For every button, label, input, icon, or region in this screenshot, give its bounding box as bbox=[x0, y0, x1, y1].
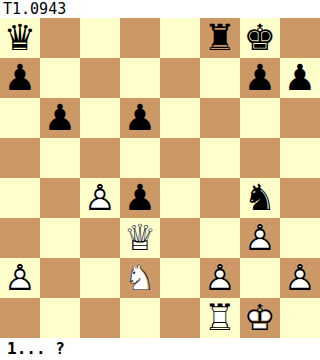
square-b2[interactable] bbox=[40, 258, 80, 298]
square-h8[interactable] bbox=[280, 18, 320, 58]
white-rook: ♖ bbox=[200, 298, 240, 338]
square-f2[interactable]: ♟♙ bbox=[200, 258, 240, 298]
black-queen: ♛ bbox=[0, 18, 40, 58]
black-king: ♚ bbox=[240, 18, 280, 58]
black-pawn: ♟ bbox=[240, 58, 280, 98]
square-e5[interactable] bbox=[160, 138, 200, 178]
white-rook-fill: ♜ bbox=[200, 298, 240, 338]
white-knight-fill: ♞ bbox=[120, 258, 160, 298]
white-pawn-fill: ♟ bbox=[200, 258, 240, 298]
white-king-fill: ♚ bbox=[240, 298, 280, 338]
white-pawn: ♙ bbox=[80, 178, 120, 218]
square-g1[interactable]: ♚♔ bbox=[240, 298, 280, 338]
square-c1[interactable] bbox=[80, 298, 120, 338]
square-d3[interactable]: ♛♕ bbox=[120, 218, 160, 258]
square-f4[interactable] bbox=[200, 178, 240, 218]
white-pawn-fill: ♟ bbox=[0, 258, 40, 298]
square-e7[interactable] bbox=[160, 58, 200, 98]
square-a1[interactable] bbox=[0, 298, 40, 338]
square-f5[interactable] bbox=[200, 138, 240, 178]
move-prompt: 1... ? bbox=[0, 338, 320, 360]
white-pawn: ♙ bbox=[0, 258, 40, 298]
square-d2[interactable]: ♞♘ bbox=[120, 258, 160, 298]
black-pawn: ♟ bbox=[120, 98, 160, 138]
square-d7[interactable] bbox=[120, 58, 160, 98]
square-g5[interactable] bbox=[240, 138, 280, 178]
square-b8[interactable] bbox=[40, 18, 80, 58]
square-f8[interactable]: ♜ bbox=[200, 18, 240, 58]
square-b4[interactable] bbox=[40, 178, 80, 218]
square-c7[interactable] bbox=[80, 58, 120, 98]
square-f7[interactable] bbox=[200, 58, 240, 98]
white-king: ♔ bbox=[240, 298, 280, 338]
white-pawn: ♙ bbox=[200, 258, 240, 298]
square-e1[interactable] bbox=[160, 298, 200, 338]
square-a3[interactable] bbox=[0, 218, 40, 258]
square-d5[interactable] bbox=[120, 138, 160, 178]
square-d6[interactable]: ♟ bbox=[120, 98, 160, 138]
square-f6[interactable] bbox=[200, 98, 240, 138]
square-h4[interactable] bbox=[280, 178, 320, 218]
square-e4[interactable] bbox=[160, 178, 200, 218]
square-f3[interactable] bbox=[200, 218, 240, 258]
white-pawn-fill: ♟ bbox=[80, 178, 120, 218]
square-d4[interactable]: ♟ bbox=[120, 178, 160, 218]
square-g4[interactable]: ♞ bbox=[240, 178, 280, 218]
square-a8[interactable]: ♛ bbox=[0, 18, 40, 58]
white-queen-fill: ♛ bbox=[120, 218, 160, 258]
black-knight: ♞ bbox=[240, 178, 280, 218]
black-pawn: ♟ bbox=[280, 58, 320, 98]
square-d8[interactable] bbox=[120, 18, 160, 58]
square-e6[interactable] bbox=[160, 98, 200, 138]
square-c5[interactable] bbox=[80, 138, 120, 178]
square-h5[interactable] bbox=[280, 138, 320, 178]
square-a4[interactable] bbox=[0, 178, 40, 218]
square-b6[interactable]: ♟ bbox=[40, 98, 80, 138]
square-h3[interactable] bbox=[280, 218, 320, 258]
square-e2[interactable] bbox=[160, 258, 200, 298]
chess-board: ♛♜♚♟♟♟♟♟♟♙♟♞♛♕♟♙♟♙♞♘♟♙♟♙♜♖♚♔ bbox=[0, 18, 320, 338]
square-c4[interactable]: ♟♙ bbox=[80, 178, 120, 218]
white-knight: ♘ bbox=[120, 258, 160, 298]
square-h2[interactable]: ♟♙ bbox=[280, 258, 320, 298]
square-g6[interactable] bbox=[240, 98, 280, 138]
square-h7[interactable]: ♟ bbox=[280, 58, 320, 98]
black-pawn: ♟ bbox=[0, 58, 40, 98]
square-b7[interactable] bbox=[40, 58, 80, 98]
square-c6[interactable] bbox=[80, 98, 120, 138]
square-b1[interactable] bbox=[40, 298, 80, 338]
white-pawn: ♙ bbox=[280, 258, 320, 298]
square-f1[interactable]: ♜♖ bbox=[200, 298, 240, 338]
square-c8[interactable] bbox=[80, 18, 120, 58]
square-a5[interactable] bbox=[0, 138, 40, 178]
white-pawn-fill: ♟ bbox=[280, 258, 320, 298]
white-pawn-fill: ♟ bbox=[240, 218, 280, 258]
square-g8[interactable]: ♚ bbox=[240, 18, 280, 58]
black-pawn: ♟ bbox=[120, 178, 160, 218]
square-g3[interactable]: ♟♙ bbox=[240, 218, 280, 258]
black-rook: ♜ bbox=[200, 18, 240, 58]
square-h6[interactable] bbox=[280, 98, 320, 138]
white-queen: ♕ bbox=[120, 218, 160, 258]
square-e8[interactable] bbox=[160, 18, 200, 58]
square-a7[interactable]: ♟ bbox=[0, 58, 40, 98]
square-e3[interactable] bbox=[160, 218, 200, 258]
square-b3[interactable] bbox=[40, 218, 80, 258]
square-c2[interactable] bbox=[80, 258, 120, 298]
square-a6[interactable] bbox=[0, 98, 40, 138]
square-b5[interactable] bbox=[40, 138, 80, 178]
square-d1[interactable] bbox=[120, 298, 160, 338]
puzzle-title: T1.0943 bbox=[0, 0, 320, 18]
black-pawn: ♟ bbox=[40, 98, 80, 138]
square-a2[interactable]: ♟♙ bbox=[0, 258, 40, 298]
square-h1[interactable] bbox=[280, 298, 320, 338]
white-pawn: ♙ bbox=[240, 218, 280, 258]
square-g7[interactable]: ♟ bbox=[240, 58, 280, 98]
square-g2[interactable] bbox=[240, 258, 280, 298]
square-c3[interactable] bbox=[80, 218, 120, 258]
